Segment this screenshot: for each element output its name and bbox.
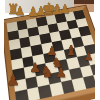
piece-pawn-h4: ♟ xyxy=(85,52,94,62)
piece-pawn-b3: ♟ xyxy=(29,61,41,74)
piece-pawn-a2: ♟ xyxy=(6,73,19,88)
piece-pawn-g8: ♟ xyxy=(60,3,71,15)
chessboard-photo: ♜♟♟♟♚♝♟♟♝♞♟♞♟♟♟ xyxy=(0,0,100,100)
piece-bishop-f5: ♝ xyxy=(65,43,78,57)
piece-knight-c3: ♞ xyxy=(40,65,53,80)
piece-layer: ♜♟♟♟♚♝♟♟♝♞♟♞♟♟♟ xyxy=(0,0,100,100)
piece-pawn-d3: ♟ xyxy=(55,66,67,79)
photo-margin-right xyxy=(95,0,100,100)
piece-pawn-b8: ♟ xyxy=(15,5,26,17)
photo-margin-left xyxy=(0,0,4,100)
